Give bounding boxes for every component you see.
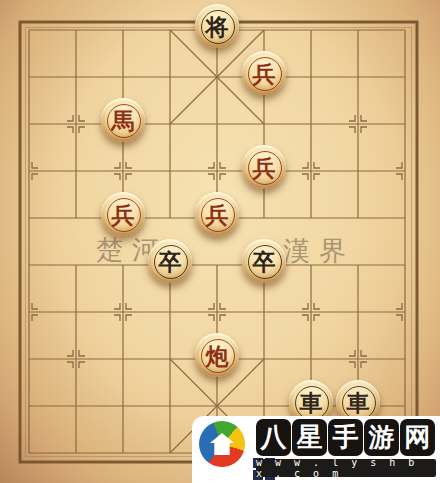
piece-glyph: 卒 (159, 249, 182, 272)
watermark-char: 星 (292, 419, 327, 456)
piece-red-cannon[interactable]: 炮 (195, 333, 239, 377)
piece-glyph: 兵 (253, 155, 276, 178)
watermark-site-name: 八星手游网 (256, 419, 435, 456)
watermark-char: 网 (400, 419, 435, 456)
watermark-site-url: w w w . l y s h b x . c o m (256, 459, 436, 477)
piece-black-soldier-1[interactable]: 卒 (148, 239, 192, 283)
piece-red-horse[interactable]: 馬 (101, 98, 145, 142)
xiangqi-app-screen: 楚河 漢界 将兵馬兵兵兵卒卒炮車車 八星手游网 w w w . l y s h … (0, 0, 440, 483)
piece-glyph: 馬 (112, 108, 135, 131)
piece-glyph: 卒 (253, 249, 276, 272)
watermark-logo-icon (199, 421, 245, 467)
piece-glyph: 車 (347, 390, 370, 413)
watermark-char: 手 (328, 419, 363, 456)
watermark: 八星手游网 w w w . l y s h b x . c o m (192, 416, 440, 483)
piece-glyph: 炮 (206, 343, 229, 366)
piece-red-soldier-4[interactable]: 兵 (195, 192, 239, 236)
piece-black-general[interactable]: 将 (195, 4, 239, 48)
piece-glyph: 将 (206, 14, 229, 37)
piece-glyph: 兵 (206, 202, 229, 225)
piece-glyph: 兵 (112, 202, 135, 225)
piece-red-soldier-2[interactable]: 兵 (242, 145, 286, 189)
piece-red-soldier-3[interactable]: 兵 (101, 192, 145, 236)
house-icon (210, 433, 234, 455)
piece-glyph: 車 (300, 390, 323, 413)
piece-red-soldier-1[interactable]: 兵 (242, 51, 286, 95)
board[interactable]: 楚河 漢界 将兵馬兵兵兵卒卒炮車車 (0, 0, 440, 483)
watermark-char: 八 (256, 419, 291, 456)
river-label-right: 漢界 (283, 235, 355, 266)
piece-glyph: 兵 (253, 61, 276, 84)
piece-black-soldier-2[interactable]: 卒 (242, 239, 286, 283)
watermark-char: 游 (364, 419, 399, 456)
